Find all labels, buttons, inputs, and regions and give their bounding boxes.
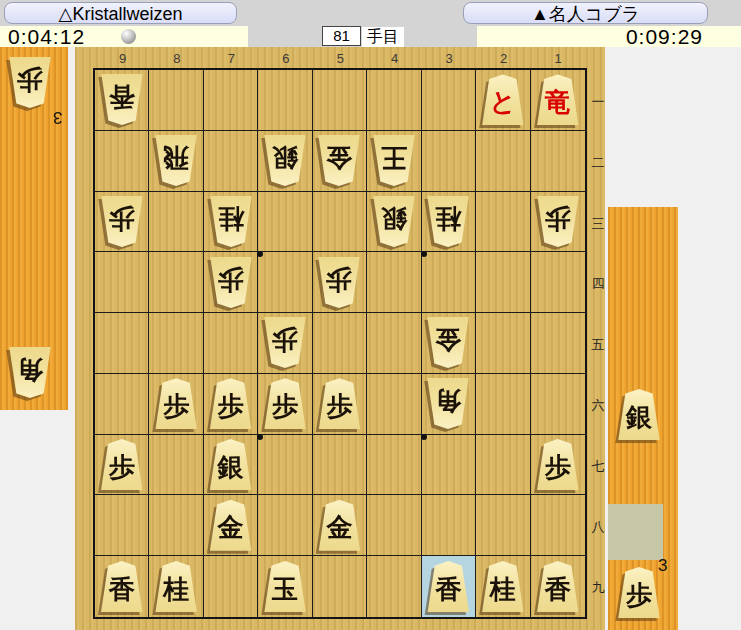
koma-glyph: 角: [17, 358, 43, 384]
koma-body: 歩: [536, 439, 580, 490]
board-cell[interactable]: [531, 495, 585, 556]
shogi-piece-gote[interactable]: 金: [317, 135, 361, 186]
hand-piece-gote[interactable]: 歩: [8, 57, 52, 108]
board-cell[interactable]: [258, 70, 312, 131]
koma-body: 香: [536, 561, 580, 612]
shogi-piece-gote[interactable]: 角: [426, 378, 470, 429]
board-cell[interactable]: 桂: [149, 556, 203, 617]
board-cell[interactable]: 香: [95, 556, 149, 617]
board-cell[interactable]: [204, 556, 258, 617]
koma-glyph: 香: [109, 576, 135, 602]
koma-glyph: 香: [109, 85, 135, 111]
board-cell[interactable]: [95, 252, 149, 313]
board-cell[interactable]: 香: [422, 556, 476, 617]
board-cell[interactable]: [204, 313, 258, 374]
shogi-piece-gote[interactable]: 銀: [372, 196, 416, 247]
file-label: 8: [149, 51, 204, 66]
koma-body: 歩: [209, 378, 253, 429]
board-panel: 987654321 香と竜飛銀金王歩桂銀桂歩歩歩歩金歩歩歩歩角歩銀歩金金香桂玉香…: [75, 47, 605, 630]
board-cell[interactable]: 歩: [95, 435, 149, 496]
board-cell[interactable]: [95, 495, 149, 556]
board-cell[interactable]: [422, 252, 476, 313]
koma-glyph: 玉: [272, 576, 298, 602]
board-cell[interactable]: 香: [95, 70, 149, 131]
shogi-piece-sente[interactable]: 銀: [209, 439, 253, 490]
shogi-piece-sente[interactable]: 香: [536, 561, 580, 612]
board-cell[interactable]: [367, 556, 421, 617]
shogi-piece-sente[interactable]: 歩: [154, 378, 198, 429]
board-cell[interactable]: 桂: [476, 556, 530, 617]
shogi-piece-gote[interactable]: 桂: [426, 196, 470, 247]
koma-glyph: 歩: [163, 393, 189, 419]
star-point: [421, 251, 427, 257]
koma-glyph: 角: [435, 389, 461, 415]
koma-body: 香: [100, 561, 144, 612]
board-cell[interactable]: 飛: [149, 131, 203, 192]
koma-body: 金: [317, 135, 361, 186]
koma-body: 桂: [209, 196, 253, 247]
board-cell[interactable]: [149, 435, 203, 496]
shogi-piece-sente[interactable]: と: [481, 74, 525, 125]
rank-label: 九: [591, 579, 605, 597]
rank-label: 一: [591, 93, 605, 111]
board-cell[interactable]: [313, 192, 367, 253]
koma-glyph: 飛: [163, 146, 189, 172]
board-cell[interactable]: [313, 70, 367, 131]
koma-glyph: 桂: [490, 576, 516, 602]
koma-glyph: 歩: [272, 328, 298, 354]
board-cell[interactable]: [476, 495, 530, 556]
board-cell[interactable]: [258, 495, 312, 556]
board-cell[interactable]: [476, 435, 530, 496]
koma-body: 香: [100, 74, 144, 125]
rank-label: 二: [591, 154, 605, 172]
board-cell[interactable]: 桂: [204, 192, 258, 253]
koma-glyph: 歩: [545, 206, 571, 232]
koma-body: 桂: [481, 561, 525, 612]
koma-body: 銀: [263, 135, 307, 186]
board-cell[interactable]: [476, 252, 530, 313]
rank-label: 六: [591, 397, 605, 415]
koma-body: 歩: [209, 257, 253, 308]
board-cell[interactable]: [476, 374, 530, 435]
koma-glyph: 金: [326, 514, 352, 540]
shogi-piece-gote[interactable]: 飛: [154, 135, 198, 186]
koma-glyph: 桂: [163, 576, 189, 602]
shogi-piece-gote[interactable]: 歩: [317, 257, 361, 308]
shogi-piece-gote[interactable]: 桂: [209, 196, 253, 247]
rank-label: 四: [591, 275, 605, 293]
hand-slot-highlight: [608, 504, 663, 560]
move-number-box[interactable]: 81: [322, 26, 361, 46]
board-cell[interactable]: 金: [313, 495, 367, 556]
shogi-piece-sente[interactable]: 玉: [263, 561, 307, 612]
board-cell[interactable]: [149, 252, 203, 313]
board-cell[interactable]: [367, 252, 421, 313]
koma-body: 銀: [617, 389, 661, 440]
koma-glyph: 歩: [545, 454, 571, 480]
shogi-piece-sente[interactable]: 歩: [100, 439, 144, 490]
board-cell[interactable]: 歩: [258, 313, 312, 374]
board-cell[interactable]: [149, 313, 203, 374]
file-label: 6: [258, 51, 313, 66]
board-cell[interactable]: 金: [422, 313, 476, 374]
koma-body: 金: [209, 500, 253, 551]
board-cell[interactable]: 竜: [531, 70, 585, 131]
koma-glyph: 銀: [272, 146, 298, 172]
koma-body: 玉: [263, 561, 307, 612]
koma-glyph: 銀: [381, 206, 407, 232]
board-cell[interactable]: [422, 495, 476, 556]
board-cell[interactable]: [476, 313, 530, 374]
clock-row: 0:04:12 0:09:29 81 手目: [0, 26, 741, 47]
koma-body: 歩: [317, 257, 361, 308]
rank-label: 七: [591, 458, 605, 476]
board-cell[interactable]: と: [476, 70, 530, 131]
koma-glyph: 歩: [109, 206, 135, 232]
board-cell[interactable]: [313, 556, 367, 617]
koma-glyph: 香: [545, 576, 571, 602]
shogi-piece-gote[interactable]: 歩: [536, 196, 580, 247]
board-cell[interactable]: 歩: [95, 192, 149, 253]
board-cell[interactable]: [95, 374, 149, 435]
board-cell[interactable]: [531, 252, 585, 313]
shogi-piece-sente[interactable]: 歩: [209, 378, 253, 429]
shogi-piece-gote[interactable]: 金: [426, 317, 470, 368]
star-point: [257, 434, 263, 440]
koma-body: 歩: [317, 378, 361, 429]
board-cell[interactable]: [149, 192, 203, 253]
rank-label: 八: [591, 518, 605, 536]
board-cell[interactable]: [95, 131, 149, 192]
koma-glyph: 王: [381, 146, 407, 172]
board-cell[interactable]: 金: [313, 131, 367, 192]
koma-body: と: [481, 74, 525, 125]
koma-glyph: 金: [218, 514, 244, 540]
board-cell[interactable]: [422, 70, 476, 131]
board-cell[interactable]: 王: [367, 131, 421, 192]
file-label: 5: [313, 51, 368, 66]
board-cell[interactable]: 歩: [313, 252, 367, 313]
koma-glyph: 金: [435, 328, 461, 354]
board-cell[interactable]: [531, 313, 585, 374]
koma-body: 歩: [100, 439, 144, 490]
board-cell[interactable]: 銀: [258, 131, 312, 192]
shogi-piece-gote[interactable]: 歩: [100, 196, 144, 247]
koma-body: 歩: [154, 378, 198, 429]
board-cell[interactable]: 歩: [149, 374, 203, 435]
board-cell[interactable]: 角: [422, 374, 476, 435]
rank-label: 三: [591, 215, 605, 233]
koma-body: 歩: [100, 196, 144, 247]
shogi-piece-sente[interactable]: 香: [100, 561, 144, 612]
board-cell[interactable]: 銀: [367, 192, 421, 253]
koma-glyph: 金: [326, 146, 352, 172]
board-cell[interactable]: [531, 131, 585, 192]
board-cell[interactable]: [258, 435, 312, 496]
board-cell[interactable]: 歩: [531, 192, 585, 253]
shogi-piece-gote[interactable]: 銀: [263, 135, 307, 186]
board-cell[interactable]: [367, 374, 421, 435]
board-cell[interactable]: [476, 192, 530, 253]
hand-piece-gote[interactable]: 角: [8, 347, 52, 398]
shogi-piece-sente[interactable]: 歩: [317, 378, 361, 429]
board-cell[interactable]: 桂: [422, 192, 476, 253]
koma-body: 金: [317, 500, 361, 551]
koma-glyph: と: [490, 89, 517, 115]
board-cell[interactable]: [149, 495, 203, 556]
board-cell[interactable]: [258, 252, 312, 313]
shogi-piece-gote[interactable]: 歩: [263, 317, 307, 368]
turn-indicator-orb: [121, 29, 136, 44]
sente-hand-tray[interactable]: 銀歩3: [608, 207, 678, 630]
koma-body: 銀: [209, 439, 253, 490]
shogi-piece-sente[interactable]: 歩: [263, 378, 307, 429]
board-cell[interactable]: [476, 131, 530, 192]
board-cell[interactable]: 歩: [204, 374, 258, 435]
board-grid-wrap: 香と竜飛銀金王歩桂銀桂歩歩歩歩金歩歩歩歩角歩銀歩金金香桂玉香桂香: [93, 68, 587, 619]
koma-glyph: 銀: [626, 404, 652, 430]
shogi-board: 香と竜飛銀金王歩桂銀桂歩歩歩歩金歩歩歩歩角歩銀歩金金香桂玉香桂香: [93, 68, 587, 619]
gote-hand-tray[interactable]: 歩3角: [0, 47, 68, 410]
board-cell[interactable]: [367, 70, 421, 131]
star-point: [257, 251, 263, 257]
koma-glyph: 桂: [435, 206, 461, 232]
koma-glyph: 竜: [545, 89, 571, 115]
shogi-piece-sente[interactable]: 桂: [154, 561, 198, 612]
file-label: 3: [422, 51, 477, 66]
board-cell[interactable]: 銀: [204, 435, 258, 496]
koma-body: 角: [8, 347, 52, 398]
board-cell[interactable]: [313, 435, 367, 496]
board-cell[interactable]: [531, 374, 585, 435]
shogi-piece-sente[interactable]: 金: [209, 500, 253, 551]
koma-body: 歩: [263, 317, 307, 368]
file-label: 4: [367, 51, 422, 66]
board-cell[interactable]: [258, 192, 312, 253]
board-cell[interactable]: [367, 435, 421, 496]
board-cell[interactable]: 歩: [531, 435, 585, 496]
file-label: 9: [95, 51, 150, 66]
board-cell[interactable]: 金: [204, 495, 258, 556]
board-cell[interactable]: 歩: [204, 252, 258, 313]
hand-piece-sente[interactable]: 銀: [617, 389, 661, 440]
koma-body: 香: [426, 561, 470, 612]
rank-label: 五: [591, 336, 605, 354]
koma-body: 歩: [536, 196, 580, 247]
black-player-button[interactable]: ▲名人コブラ: [463, 2, 708, 24]
file-label: 7: [204, 51, 259, 66]
koma-glyph: 歩: [326, 393, 352, 419]
shogi-piece-sente[interactable]: 香: [426, 561, 470, 612]
star-point: [421, 434, 427, 440]
koma-body: 桂: [426, 196, 470, 247]
koma-glyph: 銀: [218, 454, 244, 480]
file-label: 1: [531, 51, 586, 66]
koma-glyph: 歩: [326, 267, 352, 293]
koma-glyph: 歩: [218, 267, 244, 293]
koma-glyph: 香: [435, 576, 461, 602]
hand-piece-sente[interactable]: 歩: [617, 567, 661, 618]
koma-body: 歩: [617, 567, 661, 618]
board-cell[interactable]: [95, 313, 149, 374]
hand-count: 3: [53, 109, 62, 126]
koma-body: 竜: [536, 74, 580, 125]
black-clock: 0:09:29: [477, 26, 741, 47]
file-label: 2: [476, 51, 531, 66]
board-cell[interactable]: 歩: [258, 374, 312, 435]
shogi-piece-sente[interactable]: 金: [317, 500, 361, 551]
board-cell[interactable]: [422, 131, 476, 192]
board-cell[interactable]: [422, 435, 476, 496]
shogi-piece-sente[interactable]: 桂: [481, 561, 525, 612]
board-cell[interactable]: [313, 313, 367, 374]
koma-body: 飛: [154, 135, 198, 186]
shogi-piece-sente[interactable]: 竜: [536, 74, 580, 125]
koma-body: 歩: [263, 378, 307, 429]
koma-glyph: 歩: [17, 68, 43, 94]
koma-glyph: 歩: [272, 393, 298, 419]
koma-body: 桂: [154, 561, 198, 612]
koma-body: 銀: [372, 196, 416, 247]
hand-count: 3: [658, 557, 667, 574]
shogi-piece-gote[interactable]: 歩: [209, 257, 253, 308]
board-cell[interactable]: 歩: [313, 374, 367, 435]
koma-glyph: 歩: [626, 582, 652, 608]
koma-body: 歩: [8, 57, 52, 108]
move-number-suffix: 手目: [362, 27, 404, 47]
shogi-piece-sente[interactable]: 歩: [536, 439, 580, 490]
shogi-piece-gote[interactable]: 香: [100, 74, 144, 125]
koma-body: 王: [372, 135, 416, 186]
board-cell[interactable]: [204, 131, 258, 192]
shogi-piece-gote[interactable]: 王: [372, 135, 416, 186]
koma-body: 角: [426, 378, 470, 429]
koma-glyph: 歩: [109, 454, 135, 480]
koma-glyph: 桂: [218, 206, 244, 232]
board-cell[interactable]: [367, 313, 421, 374]
board-cell[interactable]: 香: [531, 556, 585, 617]
koma-glyph: 歩: [218, 393, 244, 419]
board-cell[interactable]: 玉: [258, 556, 312, 617]
board-cell[interactable]: [149, 70, 203, 131]
koma-body: 金: [426, 317, 470, 368]
board-cell[interactable]: [367, 495, 421, 556]
board-cell[interactable]: [204, 70, 258, 131]
white-player-button[interactable]: △Kristallweizen: [4, 2, 237, 24]
